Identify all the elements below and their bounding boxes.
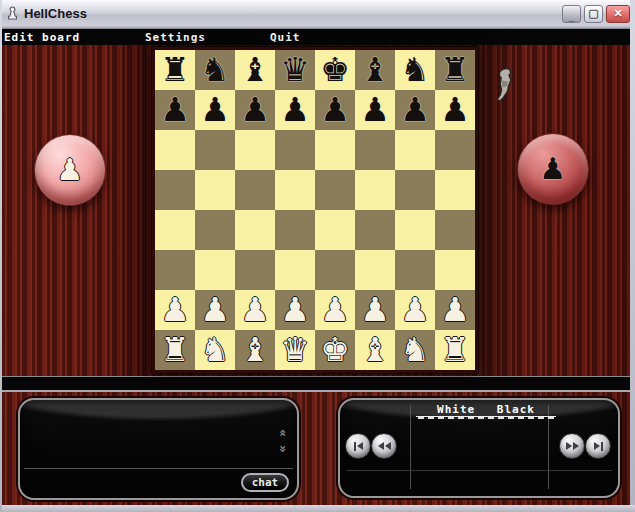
square-d1[interactable]: ♛ xyxy=(275,330,315,370)
skip-to-start-icon xyxy=(354,442,356,451)
black-column-header: Black xyxy=(497,403,535,416)
white-knight[interactable]: ♞ xyxy=(200,330,230,370)
black-pawn[interactable]: ♟ xyxy=(400,90,430,130)
square-e5[interactable] xyxy=(315,170,355,210)
square-c6[interactable] xyxy=(235,130,275,170)
square-a6[interactable] xyxy=(155,130,195,170)
menu-bar: Edit board Settings Quit xyxy=(0,29,635,45)
square-h8[interactable]: ♜ xyxy=(435,50,475,90)
square-c8[interactable]: ♝ xyxy=(235,50,275,90)
black-pawn[interactable]: ♟ xyxy=(200,90,230,130)
square-h3[interactable] xyxy=(435,250,475,290)
black-bishop[interactable]: ♝ xyxy=(240,50,270,90)
black-rook[interactable]: ♜ xyxy=(440,50,470,90)
square-c2[interactable]: ♟ xyxy=(235,290,275,330)
black-bishop[interactable]: ♝ xyxy=(360,50,390,90)
black-pawn[interactable]: ♟ xyxy=(160,90,190,130)
rewind-icon xyxy=(378,442,384,450)
square-f8[interactable]: ♝ xyxy=(355,50,395,90)
white-rook[interactable]: ♜ xyxy=(440,330,470,370)
square-b2[interactable]: ♟ xyxy=(195,290,235,330)
black-rook[interactable]: ♜ xyxy=(160,50,190,90)
first-move-button[interactable] xyxy=(345,433,371,459)
square-d4[interactable] xyxy=(275,210,315,250)
minimize-button[interactable]: _ xyxy=(562,5,581,23)
square-c1[interactable]: ♝ xyxy=(235,330,275,370)
square-c3[interactable] xyxy=(235,250,275,290)
window-right-border xyxy=(630,0,635,512)
square-g2[interactable]: ♟ xyxy=(395,290,435,330)
chat-panel: « » chat xyxy=(18,398,299,500)
square-a7[interactable]: ♟ xyxy=(155,90,195,130)
square-a8[interactable]: ♜ xyxy=(155,50,195,90)
square-b3[interactable] xyxy=(195,250,235,290)
square-b4[interactable] xyxy=(195,210,235,250)
square-e4[interactable] xyxy=(315,210,355,250)
last-move-button[interactable] xyxy=(585,433,611,459)
white-pawn[interactable]: ♟ xyxy=(360,290,390,330)
white-bishop[interactable]: ♝ xyxy=(240,330,270,370)
black-player-button[interactable]: ♟ xyxy=(517,133,589,205)
square-e3[interactable] xyxy=(315,250,355,290)
close-button[interactable]: ✕ xyxy=(606,5,630,23)
chat-panel-divider xyxy=(24,468,293,469)
square-c5[interactable] xyxy=(235,170,275,210)
white-bishop[interactable]: ♝ xyxy=(360,330,390,370)
black-pawn[interactable]: ♟ xyxy=(320,90,350,130)
black-king[interactable]: ♚ xyxy=(320,50,350,90)
square-g3[interactable] xyxy=(395,250,435,290)
square-d2[interactable]: ♟ xyxy=(275,290,315,330)
square-g5[interactable] xyxy=(395,170,435,210)
square-d3[interactable] xyxy=(275,250,315,290)
square-g7[interactable]: ♟ xyxy=(395,90,435,130)
square-a5[interactable] xyxy=(155,170,195,210)
square-c7[interactable]: ♟ xyxy=(235,90,275,130)
square-d5[interactable] xyxy=(275,170,315,210)
white-queen[interactable]: ♛ xyxy=(280,330,310,370)
hellchess-window: HellChess _ ▢ ✕ Edit board Settings Quit… xyxy=(0,0,635,512)
black-pawn[interactable]: ♟ xyxy=(360,90,390,130)
separator-band xyxy=(0,376,635,392)
square-h1[interactable]: ♜ xyxy=(435,330,475,370)
scroll-up-icon[interactable]: « xyxy=(278,429,288,437)
white-rook[interactable]: ♜ xyxy=(160,330,190,370)
scroll-down-icon[interactable]: » xyxy=(278,445,288,453)
square-f1[interactable]: ♝ xyxy=(355,330,395,370)
black-queen[interactable]: ♛ xyxy=(280,50,310,90)
square-f4[interactable] xyxy=(355,210,395,250)
move-list-underline xyxy=(418,417,554,419)
square-h6[interactable] xyxy=(435,130,475,170)
square-e8[interactable]: ♚ xyxy=(315,50,355,90)
white-knight[interactable]: ♞ xyxy=(400,330,430,370)
square-g4[interactable] xyxy=(395,210,435,250)
white-pawn[interactable]: ♟ xyxy=(400,290,430,330)
window-title: HellChess xyxy=(24,6,87,21)
black-pawn[interactable]: ♟ xyxy=(440,90,470,130)
white-pawn[interactable]: ♟ xyxy=(280,290,310,330)
white-king[interactable]: ♚ xyxy=(320,330,350,370)
square-d6[interactable] xyxy=(275,130,315,170)
square-a4[interactable] xyxy=(155,210,195,250)
menu-edit-board[interactable]: Edit board xyxy=(4,31,80,44)
black-knight[interactable]: ♞ xyxy=(200,50,230,90)
square-g8[interactable]: ♞ xyxy=(395,50,435,90)
black-knight[interactable]: ♞ xyxy=(400,50,430,90)
square-g1[interactable]: ♞ xyxy=(395,330,435,370)
square-f2[interactable]: ♟ xyxy=(355,290,395,330)
square-h4[interactable] xyxy=(435,210,475,250)
square-a2[interactable]: ♟ xyxy=(155,290,195,330)
window-bottom-border xyxy=(0,505,635,512)
window-left-border xyxy=(0,0,2,512)
white-column-header: White xyxy=(437,403,475,416)
square-b1[interactable]: ♞ xyxy=(195,330,235,370)
square-f5[interactable] xyxy=(355,170,395,210)
next-move-button[interactable] xyxy=(559,433,585,459)
chat-scrollbar: « » xyxy=(279,428,287,454)
square-h2[interactable]: ♟ xyxy=(435,290,475,330)
black-pawn[interactable]: ♟ xyxy=(280,90,310,130)
fast-forward-icon xyxy=(566,442,572,450)
square-f3[interactable] xyxy=(355,250,395,290)
app-icon xyxy=(5,6,20,21)
thinking-indicator-icon xyxy=(494,67,516,107)
move-panel-divider-left xyxy=(410,405,411,489)
black-pawn-icon: ♟ xyxy=(540,154,567,184)
square-d8[interactable]: ♛ xyxy=(275,50,315,90)
square-f6[interactable] xyxy=(355,130,395,170)
white-pawn[interactable]: ♟ xyxy=(200,290,230,330)
square-e2[interactable]: ♟ xyxy=(315,290,355,330)
menu-settings[interactable]: Settings xyxy=(145,31,206,44)
move-list xyxy=(416,424,546,486)
move-list-panel: White Black xyxy=(338,398,620,498)
menu-quit[interactable]: Quit xyxy=(270,31,301,44)
square-g6[interactable] xyxy=(395,130,435,170)
square-a3[interactable] xyxy=(155,250,195,290)
square-e7[interactable]: ♟ xyxy=(315,90,355,130)
square-a1[interactable]: ♜ xyxy=(155,330,195,370)
square-e6[interactable] xyxy=(315,130,355,170)
previous-move-button[interactable] xyxy=(371,433,397,459)
square-b5[interactable] xyxy=(195,170,235,210)
square-b7[interactable]: ♟ xyxy=(195,90,235,130)
chat-button[interactable]: chat xyxy=(241,473,289,492)
white-player-button[interactable]: ♟ xyxy=(34,134,106,206)
white-pawn[interactable]: ♟ xyxy=(240,290,270,330)
title-bar: HellChess _ ▢ ✕ xyxy=(0,0,635,29)
white-pawn-icon: ♟ xyxy=(57,155,84,185)
square-f7[interactable]: ♟ xyxy=(355,90,395,130)
square-h7[interactable]: ♟ xyxy=(435,90,475,130)
board-frame: ♜♞♝♛♚♝♞♜♟♟♟♟♟♟♟♟♟♟♟♟♟♟♟♟♜♞♝♛♚♝♞♜ xyxy=(152,47,478,373)
move-list-header: White Black xyxy=(416,403,556,417)
square-h5[interactable] xyxy=(435,170,475,210)
maximize-button[interactable]: ▢ xyxy=(584,5,603,23)
chess-board: ♜♞♝♛♚♝♞♜♟♟♟♟♟♟♟♟♟♟♟♟♟♟♟♟♜♞♝♛♚♝♞♜ xyxy=(155,50,475,370)
black-pawn[interactable]: ♟ xyxy=(240,90,270,130)
square-d7[interactable]: ♟ xyxy=(275,90,315,130)
white-pawn[interactable]: ♟ xyxy=(160,290,190,330)
white-pawn[interactable]: ♟ xyxy=(320,290,350,330)
skip-to-end-icon xyxy=(594,442,600,450)
white-pawn[interactable]: ♟ xyxy=(440,290,470,330)
square-b8[interactable]: ♞ xyxy=(195,50,235,90)
square-e1[interactable]: ♚ xyxy=(315,330,355,370)
square-b6[interactable] xyxy=(195,130,235,170)
square-c4[interactable] xyxy=(235,210,275,250)
